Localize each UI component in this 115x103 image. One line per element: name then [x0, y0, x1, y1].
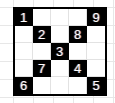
- grid-cell-r3c5[interactable]: [87, 43, 105, 60]
- grid-cell-r5c2[interactable]: [33, 77, 51, 94]
- grid-cell-r1c1[interactable]: 1: [15, 9, 33, 26]
- grid-cell-r1c5[interactable]: 9: [87, 9, 105, 26]
- grid-cell-r4c2[interactable]: 7: [33, 60, 51, 77]
- grid-cell-r2c4[interactable]: 8: [69, 26, 87, 43]
- grid-cell-r5c5[interactable]: 5: [87, 77, 105, 94]
- grid-cell-r3c2[interactable]: [33, 43, 51, 60]
- grid-cell-r2c3[interactable]: [51, 26, 69, 43]
- grid-cell-r1c3[interactable]: [51, 9, 69, 26]
- grid-cell-r2c5[interactable]: [87, 26, 105, 43]
- puzzle-board: 192837465: [13, 7, 107, 96]
- spreadsheet-gridline-vertical: [113, 0, 114, 103]
- grid-cell-r3c1[interactable]: [15, 43, 33, 60]
- grid-cell-r1c4[interactable]: [69, 9, 87, 26]
- grid-cell-r3c3[interactable]: 3: [51, 43, 69, 60]
- grid-cell-r3c4[interactable]: [69, 43, 87, 60]
- spreadsheet-gridline-horizontal: [0, 97, 115, 98]
- grid-cell-r2c1[interactable]: [15, 26, 33, 43]
- grid-cell-r1c2[interactable]: [33, 9, 51, 26]
- grid-cell-r4c1[interactable]: [15, 60, 33, 77]
- grid-cell-r4c5[interactable]: [87, 60, 105, 77]
- grid-cell-r2c2[interactable]: 2: [33, 26, 51, 43]
- grid-cell-r5c1[interactable]: 6: [15, 77, 33, 94]
- grid-cell-r5c3[interactable]: [51, 77, 69, 94]
- grid-cell-r4c3[interactable]: [51, 60, 69, 77]
- grid-cell-r4c4[interactable]: 4: [69, 60, 87, 77]
- grid-cell-r5c4[interactable]: [69, 77, 87, 94]
